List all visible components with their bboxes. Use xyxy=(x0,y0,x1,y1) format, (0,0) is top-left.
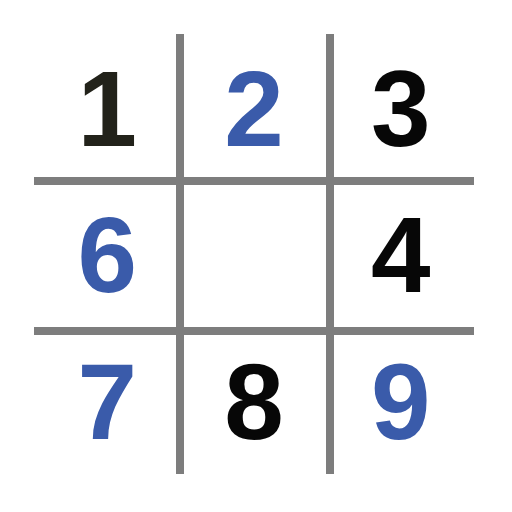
cell-r1c1[interactable]: 1 xyxy=(34,34,181,181)
grid-line-vertical-2 xyxy=(326,34,334,474)
cell-r2c2-empty[interactable] xyxy=(181,181,328,328)
cell-r3c3[interactable]: 9 xyxy=(327,327,474,474)
grid-line-horizontal-2 xyxy=(34,327,474,335)
cell-r3c2[interactable]: 8 xyxy=(181,327,328,474)
sudoku-icon-canvas: 1 2 3 6 4 7 8 9 xyxy=(0,0,512,512)
cell-r2c1[interactable]: 6 xyxy=(34,181,181,328)
sudoku-board: 1 2 3 6 4 7 8 9 xyxy=(34,34,474,474)
grid-line-vertical-1 xyxy=(176,34,184,474)
sudoku-cell-grid: 1 2 3 6 4 7 8 9 xyxy=(34,34,474,474)
cell-r2c3[interactable]: 4 xyxy=(327,181,474,328)
cell-r3c1[interactable]: 7 xyxy=(34,327,181,474)
grid-line-horizontal-1 xyxy=(34,177,474,185)
cell-r1c3[interactable]: 3 xyxy=(327,34,474,181)
cell-r1c2[interactable]: 2 xyxy=(181,34,328,181)
